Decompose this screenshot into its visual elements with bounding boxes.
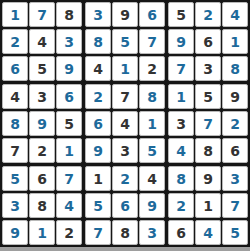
cell-r1c4[interactable]: 3 [85, 2, 111, 27]
cell-r4c7[interactable]: 1 [168, 84, 194, 109]
cell-r5c1[interactable]: 8 [2, 111, 28, 136]
cell-r2c1[interactable]: 2 [2, 29, 28, 54]
cell-r4c4[interactable]: 2 [85, 84, 111, 109]
cell-r2c6[interactable]: 7 [139, 29, 165, 54]
cell-r4c6[interactable]: 8 [139, 84, 165, 109]
cell-r6c1[interactable]: 7 [2, 138, 28, 163]
cell-r6c7[interactable]: 4 [168, 138, 194, 163]
cell-r3c5[interactable]: 1 [112, 56, 138, 81]
board-row-4: 436278159 [2, 84, 248, 109]
cell-r7c6[interactable]: 4 [139, 166, 165, 191]
cell-r8c3[interactable]: 4 [56, 193, 82, 218]
cell-r6c4[interactable]: 9 [85, 138, 111, 163]
cell-r9c6[interactable]: 3 [139, 220, 165, 245]
cell-r4c3[interactable]: 6 [56, 84, 82, 109]
cell-r9c3[interactable]: 2 [56, 220, 82, 245]
cell-r3c3[interactable]: 9 [56, 56, 82, 81]
cell-r4c2[interactable]: 3 [29, 84, 55, 109]
cell-r6c6[interactable]: 5 [139, 138, 165, 163]
cell-r2c7[interactable]: 9 [168, 29, 194, 54]
cell-r9c4[interactable]: 7 [85, 220, 111, 245]
cell-r6c5[interactable]: 3 [112, 138, 138, 163]
cell-r8c7[interactable]: 2 [168, 193, 194, 218]
cell-r1c1[interactable]: 1 [2, 2, 28, 27]
cell-r1c6[interactable]: 6 [139, 2, 165, 27]
cell-r5c6[interactable]: 1 [139, 111, 165, 136]
cell-r2c8[interactable]: 6 [195, 29, 221, 54]
cell-r3c7[interactable]: 7 [168, 56, 194, 81]
cell-r8c9[interactable]: 7 [222, 193, 248, 218]
cell-r7c4[interactable]: 1 [85, 166, 111, 191]
cell-r2c3[interactable]: 3 [56, 29, 82, 54]
cell-r2c9[interactable]: 1 [222, 29, 248, 54]
cell-r4c8[interactable]: 5 [195, 84, 221, 109]
board-row-1: 178396524 [2, 2, 248, 27]
cell-r5c2[interactable]: 9 [29, 111, 55, 136]
cell-r5c7[interactable]: 3 [168, 111, 194, 136]
cell-r8c4[interactable]: 5 [85, 193, 111, 218]
cell-r6c9[interactable]: 6 [222, 138, 248, 163]
board-row-6: 721935486 [2, 138, 248, 163]
cell-r3c9[interactable]: 8 [222, 56, 248, 81]
cell-r6c3[interactable]: 1 [56, 138, 82, 163]
cell-r3c2[interactable]: 5 [29, 56, 55, 81]
board-row-8: 384569217 [2, 193, 248, 218]
cell-r6c2[interactable]: 2 [29, 138, 55, 163]
cell-r9c7[interactable]: 6 [168, 220, 194, 245]
cell-r5c5[interactable]: 4 [112, 111, 138, 136]
cell-r2c4[interactable]: 8 [85, 29, 111, 54]
cell-r6c8[interactable]: 8 [195, 138, 221, 163]
cell-r1c3[interactable]: 8 [56, 2, 82, 27]
sudoku-board: 1783965242438579616594127384362781598956… [0, 0, 250, 247]
cell-r5c9[interactable]: 2 [222, 111, 248, 136]
board-row-9: 912783645 [2, 220, 248, 245]
cell-r7c8[interactable]: 9 [195, 166, 221, 191]
cell-r9c5[interactable]: 8 [112, 220, 138, 245]
cell-r5c8[interactable]: 7 [195, 111, 221, 136]
cell-r7c1[interactable]: 5 [2, 166, 28, 191]
board-row-7: 567124893 [2, 166, 248, 191]
cell-r9c1[interactable]: 9 [2, 220, 28, 245]
cell-r7c9[interactable]: 3 [222, 166, 248, 191]
cell-r1c5[interactable]: 9 [112, 2, 138, 27]
cell-r7c3[interactable]: 7 [56, 166, 82, 191]
cell-r4c1[interactable]: 4 [2, 84, 28, 109]
cell-r8c6[interactable]: 9 [139, 193, 165, 218]
cell-r8c5[interactable]: 6 [112, 193, 138, 218]
cell-r5c3[interactable]: 5 [56, 111, 82, 136]
cell-r7c2[interactable]: 6 [29, 166, 55, 191]
cell-r9c9[interactable]: 5 [222, 220, 248, 245]
cell-r3c8[interactable]: 3 [195, 56, 221, 81]
cell-r7c5[interactable]: 2 [112, 166, 138, 191]
cell-r5c4[interactable]: 6 [85, 111, 111, 136]
board-row-3: 659412738 [2, 56, 248, 81]
board-row-2: 243857961 [2, 29, 248, 54]
cell-r1c8[interactable]: 2 [195, 2, 221, 27]
cell-r1c9[interactable]: 4 [222, 2, 248, 27]
cell-r3c1[interactable]: 6 [2, 56, 28, 81]
cell-r1c2[interactable]: 7 [29, 2, 55, 27]
board-row-5: 895641372 [2, 111, 248, 136]
cell-r8c8[interactable]: 1 [195, 193, 221, 218]
cell-r7c7[interactable]: 8 [168, 166, 194, 191]
cell-r4c9[interactable]: 9 [222, 84, 248, 109]
cell-r3c4[interactable]: 4 [85, 56, 111, 81]
cell-r9c8[interactable]: 4 [195, 220, 221, 245]
cell-r2c5[interactable]: 5 [112, 29, 138, 54]
cell-r3c6[interactable]: 2 [139, 56, 165, 81]
cell-r1c7[interactable]: 5 [168, 2, 194, 27]
cell-r2c2[interactable]: 4 [29, 29, 55, 54]
cell-r4c5[interactable]: 7 [112, 84, 138, 109]
cell-r8c1[interactable]: 3 [2, 193, 28, 218]
cell-r8c2[interactable]: 8 [29, 193, 55, 218]
cell-r9c2[interactable]: 1 [29, 220, 55, 245]
